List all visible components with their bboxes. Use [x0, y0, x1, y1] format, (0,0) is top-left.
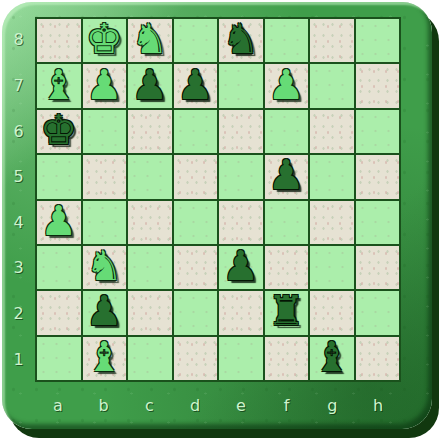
square-b2[interactable]: ♟ [83, 291, 127, 334]
piece-white-pawn[interactable]: ♟ [86, 65, 123, 106]
square-a8[interactable] [37, 19, 81, 62]
square-b8[interactable]: ♚ [83, 19, 127, 62]
square-f5[interactable]: ♟ [265, 155, 309, 198]
square-a1[interactable] [37, 337, 81, 380]
chess-board: ♚♞♞♝♟♟♟♟♚♟♟♞♟♟♜♝♝ [35, 17, 401, 382]
file-label-g: g [310, 386, 356, 424]
file-labels: abcdefgh [35, 386, 401, 424]
square-g8[interactable] [310, 19, 354, 62]
square-f6[interactable] [265, 110, 309, 153]
square-h8[interactable] [356, 19, 400, 62]
piece-black-rook[interactable]: ♜ [268, 291, 305, 332]
square-e2[interactable] [219, 291, 263, 334]
square-d8[interactable] [174, 19, 218, 62]
square-g6[interactable] [310, 110, 354, 153]
piece-black-knight[interactable]: ♞ [222, 19, 259, 60]
square-h7[interactable] [356, 64, 400, 107]
square-f4[interactable] [265, 201, 309, 244]
square-b6[interactable] [83, 110, 127, 153]
square-g2[interactable] [310, 291, 354, 334]
file-label-d: d [172, 386, 218, 424]
board-frame: 87654321 ♚♞♞♝♟♟♟♟♚♟♟♞♟♟♜♝♝ abcdefgh [2, 2, 432, 429]
square-b1[interactable]: ♝ [83, 337, 127, 380]
file-label-b: b [81, 386, 127, 424]
square-g4[interactable] [310, 201, 354, 244]
rank-label-3: 3 [2, 245, 35, 291]
square-e7[interactable] [219, 64, 263, 107]
square-a6[interactable]: ♚ [37, 110, 81, 153]
file-label-e: e [218, 386, 264, 424]
piece-white-pawn[interactable]: ♟ [40, 201, 77, 242]
square-d1[interactable] [174, 337, 218, 380]
square-h6[interactable] [356, 110, 400, 153]
square-e4[interactable] [219, 201, 263, 244]
square-c8[interactable]: ♞ [128, 19, 172, 62]
rank-label-5: 5 [2, 154, 35, 200]
square-g7[interactable] [310, 64, 354, 107]
piece-black-pawn[interactable]: ♟ [222, 246, 259, 287]
file-label-a: a [35, 386, 81, 424]
square-h1[interactable] [356, 337, 400, 380]
rank-label-4: 4 [2, 200, 35, 246]
file-label-h: h [355, 386, 401, 424]
square-e3[interactable]: ♟ [219, 246, 263, 289]
piece-black-bishop[interactable]: ♝ [313, 337, 350, 378]
square-d4[interactable] [174, 201, 218, 244]
square-a3[interactable] [37, 246, 81, 289]
square-e6[interactable] [219, 110, 263, 153]
square-e1[interactable] [219, 337, 263, 380]
square-b7[interactable]: ♟ [83, 64, 127, 107]
square-b3[interactable]: ♞ [83, 246, 127, 289]
square-f1[interactable] [265, 337, 309, 380]
square-h2[interactable] [356, 291, 400, 334]
square-c5[interactable] [128, 155, 172, 198]
square-h5[interactable] [356, 155, 400, 198]
square-c7[interactable]: ♟ [128, 64, 172, 107]
square-f2[interactable]: ♜ [265, 291, 309, 334]
square-g1[interactable]: ♝ [310, 337, 354, 380]
square-f8[interactable] [265, 19, 309, 62]
piece-white-pawn[interactable]: ♟ [268, 65, 305, 106]
square-c4[interactable] [128, 201, 172, 244]
rank-label-8: 8 [2, 17, 35, 63]
piece-black-pawn[interactable]: ♟ [177, 65, 214, 106]
square-a4[interactable]: ♟ [37, 201, 81, 244]
rank-label-6: 6 [2, 108, 35, 154]
piece-black-pawn[interactable]: ♟ [268, 155, 305, 196]
square-e5[interactable] [219, 155, 263, 198]
square-e8[interactable]: ♞ [219, 19, 263, 62]
piece-white-knight[interactable]: ♞ [131, 19, 168, 60]
square-c2[interactable] [128, 291, 172, 334]
chess-app: 87654321 ♚♞♞♝♟♟♟♟♚♟♟♞♟♟♜♝♝ abcdefgh [0, 0, 444, 442]
rank-label-1: 1 [2, 336, 35, 382]
square-h4[interactable] [356, 201, 400, 244]
file-label-c: c [127, 386, 173, 424]
piece-white-bishop[interactable]: ♝ [40, 65, 77, 106]
square-a2[interactable] [37, 291, 81, 334]
square-c1[interactable] [128, 337, 172, 380]
rank-labels: 87654321 [2, 17, 35, 382]
piece-black-pawn[interactable]: ♟ [86, 291, 123, 332]
piece-white-knight[interactable]: ♞ [86, 246, 123, 287]
square-h3[interactable] [356, 246, 400, 289]
square-a5[interactable] [37, 155, 81, 198]
square-c6[interactable] [128, 110, 172, 153]
square-f7[interactable]: ♟ [265, 64, 309, 107]
file-label-f: f [264, 386, 310, 424]
square-f3[interactable] [265, 246, 309, 289]
piece-white-bishop[interactable]: ♝ [86, 337, 123, 378]
square-c3[interactable] [128, 246, 172, 289]
square-b4[interactable] [83, 201, 127, 244]
piece-black-king[interactable]: ♚ [40, 110, 77, 151]
piece-black-pawn[interactable]: ♟ [131, 65, 168, 106]
square-d5[interactable] [174, 155, 218, 198]
square-g5[interactable] [310, 155, 354, 198]
square-d7[interactable]: ♟ [174, 64, 218, 107]
square-d6[interactable] [174, 110, 218, 153]
square-d3[interactable] [174, 246, 218, 289]
square-g3[interactable] [310, 246, 354, 289]
rank-label-7: 7 [2, 63, 35, 109]
square-d2[interactable] [174, 291, 218, 334]
piece-white-king[interactable]: ♚ [86, 19, 123, 60]
square-a7[interactable]: ♝ [37, 64, 81, 107]
rank-label-2: 2 [2, 291, 35, 337]
square-b5[interactable] [83, 155, 127, 198]
